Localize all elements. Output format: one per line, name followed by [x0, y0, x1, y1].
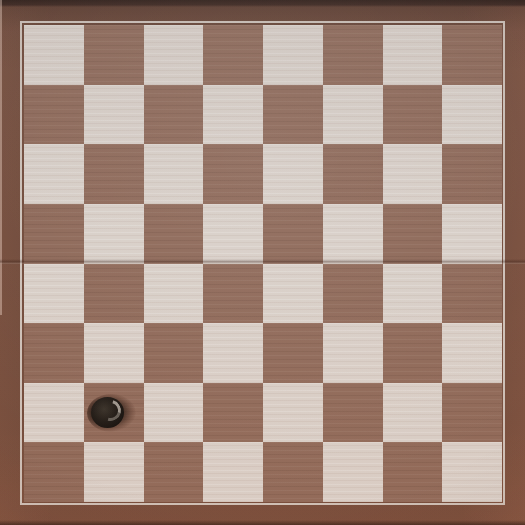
square-g4[interactable] [383, 264, 443, 324]
square-d2[interactable] [203, 383, 263, 443]
square-a4[interactable] [24, 264, 84, 324]
square-f2[interactable] [323, 383, 383, 443]
square-f8[interactable] [323, 25, 383, 85]
square-h5[interactable] [442, 204, 502, 264]
square-d7[interactable] [203, 85, 263, 145]
square-e7[interactable] [263, 85, 323, 145]
square-e6[interactable] [263, 144, 323, 204]
square-h7[interactable] [442, 85, 502, 145]
square-c7[interactable] [144, 85, 204, 145]
square-e2[interactable] [263, 383, 323, 443]
chess-board: ♟ [24, 25, 502, 502]
square-h8[interactable] [442, 25, 502, 85]
square-b8[interactable] [84, 25, 144, 85]
square-f4[interactable] [323, 264, 383, 324]
square-e8[interactable] [263, 25, 323, 85]
square-d3[interactable] [203, 323, 263, 383]
square-c1[interactable] [144, 442, 204, 502]
square-a6[interactable] [24, 144, 84, 204]
square-b3[interactable] [84, 323, 144, 383]
frame-top-edge [0, 0, 525, 7]
square-b5[interactable] [84, 204, 144, 264]
square-f7[interactable] [323, 85, 383, 145]
photo-edge-highlight [0, 0, 2, 315]
square-b7[interactable] [84, 85, 144, 145]
square-a2[interactable] [24, 383, 84, 443]
square-d5[interactable] [203, 204, 263, 264]
square-g1[interactable] [383, 442, 443, 502]
square-c8[interactable] [144, 25, 204, 85]
square-b6[interactable] [84, 144, 144, 204]
square-e4[interactable] [263, 264, 323, 324]
piece-glyph: ♟ [84, 383, 144, 441]
frame-bottom-edge [0, 520, 525, 525]
square-d4[interactable] [203, 264, 263, 324]
square-b4[interactable] [84, 264, 144, 324]
square-f6[interactable] [323, 144, 383, 204]
piece-black-pawn[interactable]: ♟ [84, 383, 144, 443]
square-e5[interactable] [263, 204, 323, 264]
square-e3[interactable] [263, 323, 323, 383]
square-d8[interactable] [203, 25, 263, 85]
square-f5[interactable] [323, 204, 383, 264]
square-h6[interactable] [442, 144, 502, 204]
square-g7[interactable] [383, 85, 443, 145]
square-d1[interactable] [203, 442, 263, 502]
square-c4[interactable] [144, 264, 204, 324]
square-g3[interactable] [383, 323, 443, 383]
square-g6[interactable] [383, 144, 443, 204]
square-h4[interactable] [442, 264, 502, 324]
square-a8[interactable] [24, 25, 84, 85]
square-c3[interactable] [144, 323, 204, 383]
square-c6[interactable] [144, 144, 204, 204]
square-h3[interactable] [442, 323, 502, 383]
square-h2[interactable] [442, 383, 502, 443]
square-a5[interactable] [24, 204, 84, 264]
square-b2[interactable]: ♟ [84, 383, 144, 443]
square-h1[interactable] [442, 442, 502, 502]
square-g5[interactable] [383, 204, 443, 264]
square-a7[interactable] [24, 85, 84, 145]
square-g8[interactable] [383, 25, 443, 85]
square-e1[interactable] [263, 442, 323, 502]
square-d6[interactable] [203, 144, 263, 204]
square-b1[interactable] [84, 442, 144, 502]
chessboard-photo: ♟ [0, 0, 525, 525]
square-a1[interactable] [24, 442, 84, 502]
square-g2[interactable] [383, 383, 443, 443]
square-f3[interactable] [323, 323, 383, 383]
square-c2[interactable] [144, 383, 204, 443]
square-c5[interactable] [144, 204, 204, 264]
square-a3[interactable] [24, 323, 84, 383]
square-f1[interactable] [323, 442, 383, 502]
